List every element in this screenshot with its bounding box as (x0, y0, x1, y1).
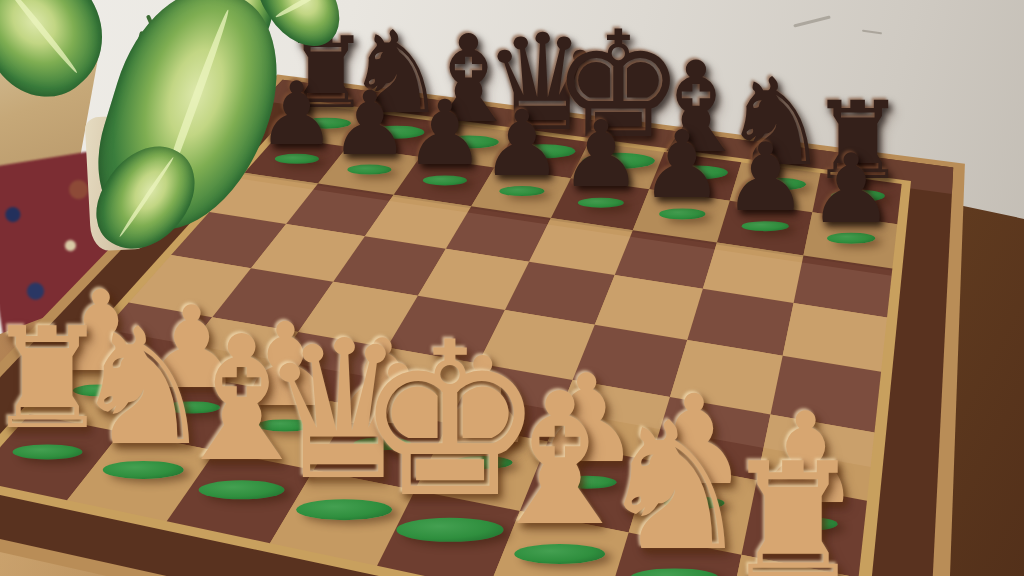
pawn-glyph: ♟ (560, 108, 642, 202)
photo-scene: ♜♞♝♛♚♝♞♜♟♟♟♟♟♟♟♟♟♟♟♟♟♟♟♟♜♞♝♛♚♝♞♜ (0, 0, 1024, 576)
piece-black-pawn-h7[interactable]: ♟ (808, 140, 894, 243)
pawn-glyph: ♟ (481, 98, 562, 190)
pawn-glyph: ♟ (723, 129, 808, 225)
piece-black-pawn-f7[interactable]: ♟ (640, 119, 723, 220)
piece-black-pawn-g7[interactable]: ♟ (723, 129, 808, 231)
pawn-glyph: ♟ (808, 140, 894, 238)
piece-white-rook-h1[interactable]: ♜ (722, 441, 864, 576)
pawn-glyph: ♟ (405, 88, 485, 179)
piece-black-pawn-e7[interactable]: ♟ (560, 108, 642, 207)
piece-black-pawn-c7[interactable]: ♟ (405, 88, 485, 185)
piece-black-pawn-d7[interactable]: ♟ (481, 98, 562, 196)
pawn-glyph: ♟ (640, 119, 723, 214)
piece-black-pawn-b7[interactable]: ♟ (330, 79, 409, 174)
pawn-glyph: ♟ (330, 79, 409, 169)
rook-glyph: ♜ (722, 441, 864, 576)
